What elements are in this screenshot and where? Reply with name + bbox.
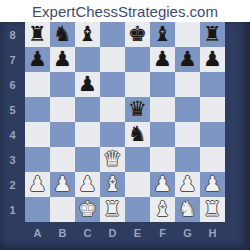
square-h2[interactable]: ♟ xyxy=(200,172,225,197)
file-label-d: D xyxy=(100,222,125,250)
file-label-b: B xyxy=(50,222,75,250)
square-e6[interactable] xyxy=(125,72,150,97)
square-g8[interactable] xyxy=(175,22,200,47)
piece-black-knight: ♞ xyxy=(125,122,150,147)
piece-black-pawn: ♟ xyxy=(150,47,175,72)
rank-labels: 87654321 xyxy=(0,22,25,222)
piece-white-pawn: ♟ xyxy=(75,172,100,197)
square-d7[interactable] xyxy=(100,47,125,72)
piece-white-bishop: ♝ xyxy=(100,172,125,197)
rank-label-8: 8 xyxy=(0,22,25,47)
piece-white-rook: ♜ xyxy=(200,197,225,222)
site-banner-link[interactable]: ExpertChessStrategies.com xyxy=(32,3,218,20)
square-e7[interactable] xyxy=(125,47,150,72)
square-h8[interactable]: ♜ xyxy=(200,22,225,47)
square-h4[interactable] xyxy=(200,122,225,147)
square-d5[interactable] xyxy=(100,97,125,122)
square-a4[interactable] xyxy=(25,122,50,147)
rank-label-4: 4 xyxy=(0,122,25,147)
file-label-e: E xyxy=(125,222,150,250)
square-g4[interactable] xyxy=(175,122,200,147)
square-a1[interactable] xyxy=(25,197,50,222)
square-a5[interactable] xyxy=(25,97,50,122)
square-e1[interactable] xyxy=(125,197,150,222)
square-a3[interactable] xyxy=(25,147,50,172)
square-f4[interactable] xyxy=(150,122,175,147)
square-a8[interactable]: ♜ xyxy=(25,22,50,47)
square-c8[interactable]: ♝ xyxy=(75,22,100,47)
square-f1[interactable]: ♝ xyxy=(150,197,175,222)
square-b4[interactable] xyxy=(50,122,75,147)
piece-black-king: ♚ xyxy=(125,22,150,47)
file-label-g: G xyxy=(175,222,200,250)
square-a2[interactable]: ♟ xyxy=(25,172,50,197)
square-g5[interactable] xyxy=(175,97,200,122)
square-b1[interactable] xyxy=(50,197,75,222)
square-d8[interactable] xyxy=(100,22,125,47)
square-b7[interactable]: ♟ xyxy=(50,47,75,72)
chess-board-frame: 87654321 ♜♞♝♚♝♜♟♟♟♟♟♟♛♞♛♟♟♟♝♟♟♟♚♜♝♞♜ ABC… xyxy=(0,22,250,250)
rank-label-5: 5 xyxy=(0,97,25,122)
rank-label-3: 3 xyxy=(0,147,25,172)
piece-black-pawn: ♟ xyxy=(200,47,225,72)
piece-white-pawn: ♟ xyxy=(25,172,50,197)
square-d2[interactable]: ♝ xyxy=(100,172,125,197)
square-e3[interactable] xyxy=(125,147,150,172)
square-e4[interactable]: ♞ xyxy=(125,122,150,147)
square-h1[interactable]: ♜ xyxy=(200,197,225,222)
square-b5[interactable] xyxy=(50,97,75,122)
square-g7[interactable]: ♟ xyxy=(175,47,200,72)
piece-white-king: ♚ xyxy=(75,197,100,222)
piece-black-pawn: ♟ xyxy=(50,47,75,72)
rank-label-7: 7 xyxy=(0,47,25,72)
square-g6[interactable] xyxy=(175,72,200,97)
square-d4[interactable] xyxy=(100,122,125,147)
piece-white-queen: ♛ xyxy=(100,147,125,172)
piece-white-pawn: ♟ xyxy=(150,172,175,197)
rank-label-1: 1 xyxy=(0,197,25,222)
square-f8[interactable]: ♝ xyxy=(150,22,175,47)
square-b8[interactable]: ♞ xyxy=(50,22,75,47)
square-h7[interactable]: ♟ xyxy=(200,47,225,72)
piece-white-knight: ♞ xyxy=(175,197,200,222)
piece-black-queen: ♛ xyxy=(125,97,150,122)
piece-white-rook: ♜ xyxy=(100,197,125,222)
file-labels: ABCDEFGH xyxy=(25,222,225,250)
square-f7[interactable]: ♟ xyxy=(150,47,175,72)
square-b3[interactable] xyxy=(50,147,75,172)
piece-black-bishop: ♝ xyxy=(75,22,100,47)
square-c1[interactable]: ♚ xyxy=(75,197,100,222)
square-b6[interactable] xyxy=(50,72,75,97)
square-f3[interactable] xyxy=(150,147,175,172)
square-f2[interactable]: ♟ xyxy=(150,172,175,197)
chess-diagram-page: ExpertChessStrategies.com 87654321 ♜♞♝♚♝… xyxy=(0,0,250,250)
square-e5[interactable]: ♛ xyxy=(125,97,150,122)
square-c5[interactable] xyxy=(75,97,100,122)
piece-black-pawn: ♟ xyxy=(75,72,100,97)
piece-black-pawn: ♟ xyxy=(25,47,50,72)
piece-black-pawn: ♟ xyxy=(175,47,200,72)
square-f6[interactable] xyxy=(150,72,175,97)
square-g2[interactable]: ♟ xyxy=(175,172,200,197)
site-banner: ExpertChessStrategies.com xyxy=(0,0,250,22)
file-label-f: F xyxy=(150,222,175,250)
piece-white-bishop: ♝ xyxy=(150,197,175,222)
rank-label-6: 6 xyxy=(0,72,25,97)
chess-board: ♜♞♝♚♝♜♟♟♟♟♟♟♛♞♛♟♟♟♝♟♟♟♚♜♝♞♜ xyxy=(25,22,225,222)
square-e2[interactable] xyxy=(125,172,150,197)
rank-label-2: 2 xyxy=(0,172,25,197)
square-h3[interactable] xyxy=(200,147,225,172)
piece-black-knight: ♞ xyxy=(50,22,75,47)
square-e8[interactable]: ♚ xyxy=(125,22,150,47)
square-f5[interactable] xyxy=(150,97,175,122)
piece-black-rook: ♜ xyxy=(25,22,50,47)
piece-black-rook: ♜ xyxy=(200,22,225,47)
square-g1[interactable]: ♞ xyxy=(175,197,200,222)
square-c6[interactable]: ♟ xyxy=(75,72,100,97)
square-a7[interactable]: ♟ xyxy=(25,47,50,72)
square-c7[interactable] xyxy=(75,47,100,72)
file-label-a: A xyxy=(25,222,50,250)
square-g3[interactable] xyxy=(175,147,200,172)
square-a6[interactable] xyxy=(25,72,50,97)
square-h5[interactable] xyxy=(200,97,225,122)
square-h6[interactable] xyxy=(200,72,225,97)
piece-white-pawn: ♟ xyxy=(50,172,75,197)
square-d1[interactable]: ♜ xyxy=(100,197,125,222)
piece-white-pawn: ♟ xyxy=(175,172,200,197)
square-d6[interactable] xyxy=(100,72,125,97)
piece-white-pawn: ♟ xyxy=(200,172,225,197)
square-b2[interactable]: ♟ xyxy=(50,172,75,197)
piece-black-bishop: ♝ xyxy=(150,22,175,47)
square-c3[interactable] xyxy=(75,147,100,172)
square-d3[interactable]: ♛ xyxy=(100,147,125,172)
square-c4[interactable] xyxy=(75,122,100,147)
square-c2[interactable]: ♟ xyxy=(75,172,100,197)
file-label-h: H xyxy=(200,222,225,250)
file-label-c: C xyxy=(75,222,100,250)
